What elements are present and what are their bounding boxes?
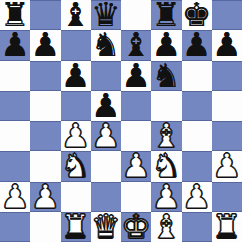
- square-g1[interactable]: [182, 212, 212, 242]
- square-f2[interactable]: ♟: [151, 182, 181, 212]
- square-d7[interactable]: ♞: [91, 30, 121, 60]
- square-b4[interactable]: [30, 121, 60, 151]
- square-b6[interactable]: [30, 61, 60, 91]
- white-rook[interactable]: ♜: [212, 212, 242, 242]
- square-b1[interactable]: [30, 212, 60, 242]
- square-a2[interactable]: ♟: [0, 182, 30, 212]
- black-pawn[interactable]: ♟: [212, 30, 242, 60]
- black-pawn[interactable]: ♟: [152, 30, 182, 60]
- square-f5[interactable]: [151, 91, 181, 121]
- square-h6[interactable]: [212, 61, 242, 91]
- white-rook[interactable]: ♜: [61, 212, 91, 242]
- black-rook[interactable]: ♜: [0, 0, 30, 30]
- square-h3[interactable]: ♟: [212, 151, 242, 181]
- white-queen[interactable]: ♛: [91, 212, 121, 242]
- white-pawn[interactable]: ♟: [121, 151, 151, 181]
- black-queen[interactable]: ♛: [91, 0, 121, 30]
- square-c8[interactable]: ♝: [61, 0, 91, 30]
- white-knight[interactable]: ♞: [152, 151, 182, 181]
- square-d4[interactable]: ♟: [91, 121, 121, 151]
- square-e8[interactable]: [121, 0, 151, 30]
- square-g4[interactable]: [182, 121, 212, 151]
- square-c4[interactable]: ♟: [61, 121, 91, 151]
- square-h4[interactable]: [212, 121, 242, 151]
- square-g3[interactable]: [182, 151, 212, 181]
- square-f3[interactable]: ♞: [151, 151, 181, 181]
- black-pawn[interactable]: ♟: [121, 61, 151, 91]
- black-pawn[interactable]: ♟: [91, 91, 121, 121]
- square-b8[interactable]: [30, 0, 60, 30]
- square-c1[interactable]: ♜: [61, 212, 91, 242]
- white-bishop[interactable]: ♝: [152, 212, 182, 242]
- square-g6[interactable]: [182, 61, 212, 91]
- square-h1[interactable]: ♜: [212, 212, 242, 242]
- white-knight[interactable]: ♞: [61, 151, 91, 181]
- white-pawn[interactable]: ♟: [91, 121, 121, 151]
- black-bishop[interactable]: ♝: [61, 0, 91, 30]
- square-d1[interactable]: ♛: [91, 212, 121, 242]
- square-c5[interactable]: [61, 91, 91, 121]
- white-pawn[interactable]: ♟: [152, 182, 182, 212]
- square-h2[interactable]: [212, 182, 242, 212]
- square-e3[interactable]: ♟: [121, 151, 151, 181]
- square-d2[interactable]: [91, 182, 121, 212]
- square-a4[interactable]: [0, 121, 30, 151]
- square-f8[interactable]: ♜: [151, 0, 181, 30]
- black-knight[interactable]: ♞: [152, 61, 182, 91]
- square-g7[interactable]: ♟: [182, 30, 212, 60]
- square-h8[interactable]: [212, 0, 242, 30]
- white-pawn[interactable]: ♟: [182, 182, 212, 212]
- black-pawn[interactable]: ♟: [31, 30, 61, 60]
- square-f1[interactable]: ♝: [151, 212, 181, 242]
- square-f6[interactable]: ♞: [151, 61, 181, 91]
- square-f4[interactable]: ♝: [151, 121, 181, 151]
- square-d8[interactable]: ♛: [91, 0, 121, 30]
- white-king[interactable]: ♚: [121, 212, 151, 242]
- square-b2[interactable]: ♟: [30, 182, 60, 212]
- square-d6[interactable]: [91, 61, 121, 91]
- black-pawn[interactable]: ♟: [61, 61, 91, 91]
- square-c6[interactable]: ♟: [61, 61, 91, 91]
- square-e7[interactable]: ♝: [121, 30, 151, 60]
- white-pawn[interactable]: ♟: [0, 182, 30, 212]
- square-c3[interactable]: ♞: [61, 151, 91, 181]
- square-a7[interactable]: ♟: [0, 30, 30, 60]
- square-g5[interactable]: [182, 91, 212, 121]
- square-h5[interactable]: [212, 91, 242, 121]
- square-a1[interactable]: [0, 212, 30, 242]
- square-d3[interactable]: [91, 151, 121, 181]
- square-g8[interactable]: ♚: [182, 0, 212, 30]
- black-pawn[interactable]: ♟: [182, 30, 212, 60]
- white-pawn[interactable]: ♟: [212, 151, 242, 181]
- square-e2[interactable]: [121, 182, 151, 212]
- white-bishop[interactable]: ♝: [152, 121, 182, 151]
- black-rook[interactable]: ♜: [152, 0, 182, 30]
- square-e4[interactable]: [121, 121, 151, 151]
- square-c7[interactable]: [61, 30, 91, 60]
- square-a8[interactable]: ♜: [0, 0, 30, 30]
- black-pawn[interactable]: ♟: [0, 30, 30, 60]
- square-c2[interactable]: [61, 182, 91, 212]
- square-b7[interactable]: ♟: [30, 30, 60, 60]
- square-f7[interactable]: ♟: [151, 30, 181, 60]
- square-a6[interactable]: [0, 61, 30, 91]
- square-a5[interactable]: [0, 91, 30, 121]
- square-e5[interactable]: [121, 91, 151, 121]
- square-b5[interactable]: [30, 91, 60, 121]
- square-d5[interactable]: ♟: [91, 91, 121, 121]
- black-king[interactable]: ♚: [182, 0, 212, 30]
- white-pawn[interactable]: ♟: [61, 121, 91, 151]
- square-a3[interactable]: [0, 151, 30, 181]
- black-bishop[interactable]: ♝: [121, 30, 151, 60]
- square-e1[interactable]: ♚: [121, 212, 151, 242]
- chess-board: ♜♝♛♜♚♟♟♞♝♟♟♟♟♟♞♟♟♟♝♞♟♞♟♟♟♟♟♜♛♚♝♜: [0, 0, 242, 242]
- square-b3[interactable]: [30, 151, 60, 181]
- square-e6[interactable]: ♟: [121, 61, 151, 91]
- square-h7[interactable]: ♟: [212, 30, 242, 60]
- square-g2[interactable]: ♟: [182, 182, 212, 212]
- black-knight[interactable]: ♞: [91, 30, 121, 60]
- white-pawn[interactable]: ♟: [31, 182, 61, 212]
